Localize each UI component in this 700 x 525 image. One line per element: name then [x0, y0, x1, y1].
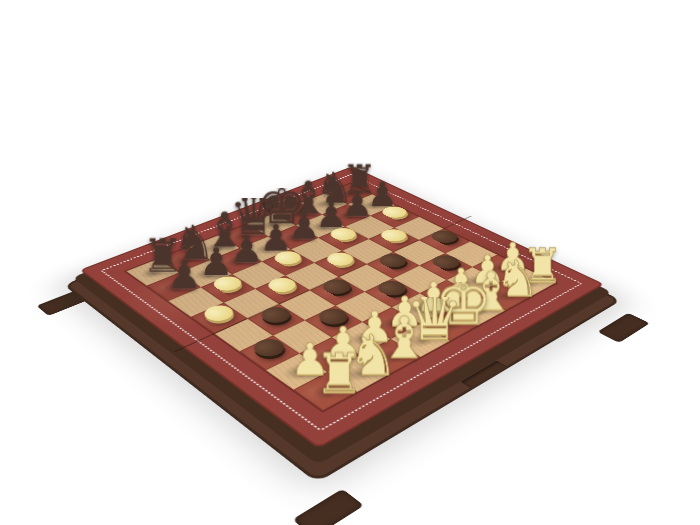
piece-shadow — [157, 278, 192, 296]
piece-cream-rook-h1: ♜ — [509, 242, 576, 289]
checker-yellow-h6 — [377, 204, 411, 220]
board-foot — [292, 488, 364, 525]
piece-shadow — [460, 300, 495, 319]
piece-shadow — [332, 208, 362, 222]
piece-shadow — [306, 379, 346, 403]
piece-shadow — [487, 287, 521, 305]
board-foot — [597, 312, 650, 342]
piece-shadow — [372, 345, 410, 367]
piece-shadow — [458, 272, 492, 289]
piece-shadow — [311, 344, 349, 366]
piece-shadow — [278, 360, 317, 383]
product-photo-stage: ♜♞♝♛♚♝♞♜♟♟♟♟♟♟♟♟♟♟♟♟♟♟♟♟♜♞♝♛♚♝♞♜ — [0, 0, 700, 525]
board: ♜♞♝♛♚♝♞♜♟♟♟♟♟♟♟♟♟♟♟♟♟♟♟♟♜♞♝♛♚♝♞♜ — [79, 166, 604, 448]
piece-shadow — [403, 330, 440, 351]
piece-shadow — [403, 299, 438, 318]
checker-yellow-d6 — [269, 248, 306, 266]
piece-dark-pawn-h7: ♟ — [353, 169, 412, 210]
checker-yellow-b6 — [208, 273, 246, 293]
piece-shadow — [310, 197, 340, 210]
piece-shadow — [343, 328, 380, 349]
piece-shadow — [432, 315, 468, 335]
piece-shadow — [168, 251, 201, 267]
piece-shadow — [512, 273, 546, 290]
piece-shadow — [374, 313, 410, 333]
piece-shadow — [431, 285, 466, 303]
checker-yellow-e5 — [322, 250, 359, 268]
piece-shadow — [340, 362, 379, 385]
piece-shadow — [136, 264, 170, 281]
board-scene: ♜♞♝♛♚♝♞♜♟♟♟♟♟♟♟♟♟♟♟♟♟♟♟♟♜♞♝♛♚♝♞♜ — [0, 0, 700, 525]
board-foot — [36, 288, 94, 316]
checker-dark-d4 — [318, 276, 356, 296]
checker-yellow-a5 — [199, 302, 239, 324]
piece-shadow — [483, 259, 516, 276]
